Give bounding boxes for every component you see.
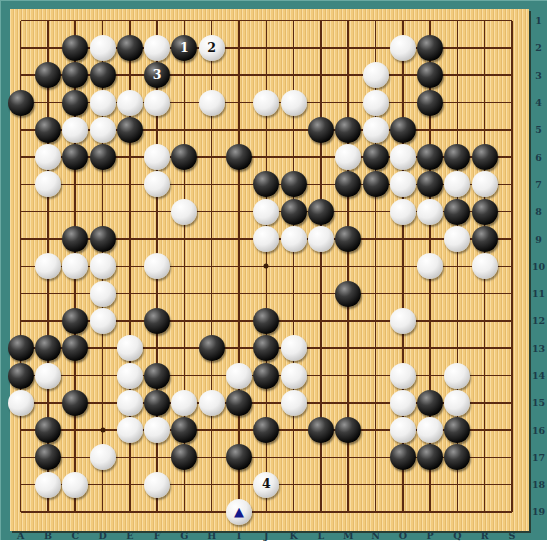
intersection-H6[interactable] — [198, 143, 225, 170]
intersection-G10[interactable] — [171, 253, 198, 280]
intersection-N14[interactable] — [362, 362, 389, 389]
intersection-B13[interactable] — [34, 335, 61, 362]
intersection-J17[interactable] — [253, 444, 280, 471]
intersection-O17[interactable] — [389, 444, 416, 471]
intersection-D2[interactable] — [89, 34, 116, 61]
intersection-I4[interactable] — [225, 89, 252, 116]
intersection-S7[interactable] — [498, 171, 525, 198]
intersection-L12[interactable] — [307, 307, 334, 334]
intersection-B18[interactable] — [34, 471, 61, 498]
intersection-S10[interactable] — [498, 253, 525, 280]
intersection-H9[interactable] — [198, 225, 225, 252]
intersection-J4[interactable] — [253, 89, 280, 116]
intersection-C4[interactable] — [62, 89, 89, 116]
intersection-K14[interactable] — [280, 362, 307, 389]
intersection-R19[interactable] — [471, 498, 498, 525]
intersection-E6[interactable] — [116, 143, 143, 170]
intersection-L11[interactable] — [307, 280, 334, 307]
intersection-J14[interactable] — [253, 362, 280, 389]
intersection-E7[interactable] — [116, 171, 143, 198]
intersection-C19[interactable] — [62, 498, 89, 525]
intersection-L2[interactable] — [307, 34, 334, 61]
intersection-Q4[interactable] — [444, 89, 471, 116]
intersection-L14[interactable] — [307, 362, 334, 389]
intersection-B6[interactable] — [34, 143, 61, 170]
intersection-M9[interactable] — [335, 225, 362, 252]
intersection-R7[interactable] — [471, 171, 498, 198]
intersection-A3[interactable] — [7, 62, 34, 89]
intersection-C14[interactable] — [62, 362, 89, 389]
intersection-Q7[interactable] — [444, 171, 471, 198]
intersection-L17[interactable] — [307, 444, 334, 471]
intersection-M1[interactable] — [335, 7, 362, 34]
intersection-K11[interactable] — [280, 280, 307, 307]
intersection-O19[interactable] — [389, 498, 416, 525]
intersection-J12[interactable] — [253, 307, 280, 334]
intersection-N9[interactable] — [362, 225, 389, 252]
intersection-P2[interactable] — [416, 34, 443, 61]
intersection-N10[interactable] — [362, 253, 389, 280]
intersection-M18[interactable] — [335, 471, 362, 498]
intersection-F11[interactable] — [143, 280, 170, 307]
intersection-D17[interactable] — [89, 444, 116, 471]
intersection-K5[interactable] — [280, 116, 307, 143]
intersection-B1[interactable] — [34, 7, 61, 34]
intersection-A13[interactable] — [7, 335, 34, 362]
intersection-E4[interactable] — [116, 89, 143, 116]
intersection-F17[interactable] — [143, 444, 170, 471]
intersection-P15[interactable] — [416, 389, 443, 416]
intersection-A18[interactable] — [7, 471, 34, 498]
intersection-G2[interactable]: 1 — [171, 34, 198, 61]
intersection-P19[interactable] — [416, 498, 443, 525]
intersection-M15[interactable] — [335, 389, 362, 416]
intersection-G7[interactable] — [171, 171, 198, 198]
intersection-C17[interactable] — [62, 444, 89, 471]
intersection-F18[interactable] — [143, 471, 170, 498]
intersection-I12[interactable] — [225, 307, 252, 334]
intersection-E10[interactable] — [116, 253, 143, 280]
intersection-C15[interactable] — [62, 389, 89, 416]
intersection-N5[interactable] — [362, 116, 389, 143]
intersection-J18[interactable]: 4 — [253, 471, 280, 498]
intersection-S9[interactable] — [498, 225, 525, 252]
intersection-E5[interactable] — [116, 116, 143, 143]
intersection-N16[interactable] — [362, 416, 389, 443]
intersection-B8[interactable] — [34, 198, 61, 225]
intersection-F5[interactable] — [143, 116, 170, 143]
intersection-N19[interactable] — [362, 498, 389, 525]
intersection-G5[interactable] — [171, 116, 198, 143]
intersection-J19[interactable] — [253, 498, 280, 525]
intersection-D18[interactable] — [89, 471, 116, 498]
intersection-K17[interactable] — [280, 444, 307, 471]
intersection-G9[interactable] — [171, 225, 198, 252]
intersection-E1[interactable] — [116, 7, 143, 34]
intersection-H4[interactable] — [198, 89, 225, 116]
intersection-S5[interactable] — [498, 116, 525, 143]
intersection-G13[interactable] — [171, 335, 198, 362]
intersection-F14[interactable] — [143, 362, 170, 389]
intersection-G8[interactable] — [171, 198, 198, 225]
intersection-A19[interactable] — [7, 498, 34, 525]
intersection-H1[interactable] — [198, 7, 225, 34]
intersection-S17[interactable] — [498, 444, 525, 471]
intersection-D11[interactable] — [89, 280, 116, 307]
intersection-G12[interactable] — [171, 307, 198, 334]
intersection-H3[interactable] — [198, 62, 225, 89]
intersection-E16[interactable] — [116, 416, 143, 443]
intersection-S15[interactable] — [498, 389, 525, 416]
intersection-I8[interactable] — [225, 198, 252, 225]
intersection-L7[interactable] — [307, 171, 334, 198]
intersection-O10[interactable] — [389, 253, 416, 280]
intersection-M8[interactable] — [335, 198, 362, 225]
intersection-C11[interactable] — [62, 280, 89, 307]
intersection-M19[interactable] — [335, 498, 362, 525]
intersection-D3[interactable] — [89, 62, 116, 89]
intersection-A5[interactable] — [7, 116, 34, 143]
intersection-I14[interactable] — [225, 362, 252, 389]
intersection-P14[interactable] — [416, 362, 443, 389]
intersection-E11[interactable] — [116, 280, 143, 307]
intersection-K8[interactable] — [280, 198, 307, 225]
intersection-N6[interactable] — [362, 143, 389, 170]
intersection-A9[interactable] — [7, 225, 34, 252]
intersection-N11[interactable] — [362, 280, 389, 307]
intersection-C8[interactable] — [62, 198, 89, 225]
intersection-K12[interactable] — [280, 307, 307, 334]
intersection-P1[interactable] — [416, 7, 443, 34]
intersection-A10[interactable] — [7, 253, 34, 280]
intersection-S4[interactable] — [498, 89, 525, 116]
intersection-D16[interactable] — [89, 416, 116, 443]
intersection-G17[interactable] — [171, 444, 198, 471]
intersection-N1[interactable] — [362, 7, 389, 34]
intersection-M14[interactable] — [335, 362, 362, 389]
intersection-D1[interactable] — [89, 7, 116, 34]
intersection-L6[interactable] — [307, 143, 334, 170]
intersection-B4[interactable] — [34, 89, 61, 116]
intersection-A17[interactable] — [7, 444, 34, 471]
intersection-L19[interactable] — [307, 498, 334, 525]
intersection-C3[interactable] — [62, 62, 89, 89]
intersection-Q14[interactable] — [444, 362, 471, 389]
intersection-Q8[interactable] — [444, 198, 471, 225]
intersection-O16[interactable] — [389, 416, 416, 443]
intersection-R4[interactable] — [471, 89, 498, 116]
intersection-K3[interactable] — [280, 62, 307, 89]
intersection-B19[interactable] — [34, 498, 61, 525]
intersection-O6[interactable] — [389, 143, 416, 170]
intersection-O4[interactable] — [389, 89, 416, 116]
intersection-N7[interactable] — [362, 171, 389, 198]
intersection-R2[interactable] — [471, 34, 498, 61]
intersection-F19[interactable] — [143, 498, 170, 525]
intersection-H18[interactable] — [198, 471, 225, 498]
intersection-L16[interactable] — [307, 416, 334, 443]
intersection-N17[interactable] — [362, 444, 389, 471]
intersection-H13[interactable] — [198, 335, 225, 362]
intersection-I10[interactable] — [225, 253, 252, 280]
intersection-L15[interactable] — [307, 389, 334, 416]
intersection-Q10[interactable] — [444, 253, 471, 280]
intersection-D10[interactable] — [89, 253, 116, 280]
intersection-N12[interactable] — [362, 307, 389, 334]
intersection-P16[interactable] — [416, 416, 443, 443]
intersection-O12[interactable] — [389, 307, 416, 334]
intersection-K13[interactable] — [280, 335, 307, 362]
intersection-O3[interactable] — [389, 62, 416, 89]
intersection-G19[interactable] — [171, 498, 198, 525]
intersection-S2[interactable] — [498, 34, 525, 61]
intersection-A16[interactable] — [7, 416, 34, 443]
intersection-P10[interactable] — [416, 253, 443, 280]
intersection-F6[interactable] — [143, 143, 170, 170]
intersection-Q15[interactable] — [444, 389, 471, 416]
intersection-G1[interactable] — [171, 7, 198, 34]
intersection-I6[interactable] — [225, 143, 252, 170]
intersection-S1[interactable] — [498, 7, 525, 34]
intersection-L1[interactable] — [307, 7, 334, 34]
intersection-M4[interactable] — [335, 89, 362, 116]
intersection-C16[interactable] — [62, 416, 89, 443]
intersection-B17[interactable] — [34, 444, 61, 471]
intersection-R3[interactable] — [471, 62, 498, 89]
intersection-H7[interactable] — [198, 171, 225, 198]
intersection-H8[interactable] — [198, 198, 225, 225]
intersection-E19[interactable] — [116, 498, 143, 525]
intersection-J15[interactable] — [253, 389, 280, 416]
intersection-E17[interactable] — [116, 444, 143, 471]
intersection-R5[interactable] — [471, 116, 498, 143]
intersection-K10[interactable] — [280, 253, 307, 280]
intersection-L18[interactable] — [307, 471, 334, 498]
intersection-I19[interactable]: ▲ — [225, 498, 252, 525]
intersection-I5[interactable] — [225, 116, 252, 143]
intersection-E3[interactable] — [116, 62, 143, 89]
intersection-S6[interactable] — [498, 143, 525, 170]
intersection-B14[interactable] — [34, 362, 61, 389]
intersection-S16[interactable] — [498, 416, 525, 443]
intersection-C2[interactable] — [62, 34, 89, 61]
intersection-E8[interactable] — [116, 198, 143, 225]
intersection-E12[interactable] — [116, 307, 143, 334]
intersection-K9[interactable] — [280, 225, 307, 252]
intersection-Q11[interactable] — [444, 280, 471, 307]
intersection-J8[interactable] — [253, 198, 280, 225]
intersection-B16[interactable] — [34, 416, 61, 443]
intersection-C18[interactable] — [62, 471, 89, 498]
intersection-D19[interactable] — [89, 498, 116, 525]
intersection-J10[interactable] — [253, 253, 280, 280]
intersection-Q5[interactable] — [444, 116, 471, 143]
intersection-I17[interactable] — [225, 444, 252, 471]
intersection-M3[interactable] — [335, 62, 362, 89]
intersection-C10[interactable] — [62, 253, 89, 280]
intersection-Q6[interactable] — [444, 143, 471, 170]
intersection-R18[interactable] — [471, 471, 498, 498]
intersection-F1[interactable] — [143, 7, 170, 34]
intersection-I15[interactable] — [225, 389, 252, 416]
intersection-A12[interactable] — [7, 307, 34, 334]
intersection-R15[interactable] — [471, 389, 498, 416]
intersection-S19[interactable] — [498, 498, 525, 525]
intersection-K19[interactable] — [280, 498, 307, 525]
intersection-R16[interactable] — [471, 416, 498, 443]
intersection-J3[interactable] — [253, 62, 280, 89]
intersection-F7[interactable] — [143, 171, 170, 198]
intersection-Q13[interactable] — [444, 335, 471, 362]
intersection-L4[interactable] — [307, 89, 334, 116]
intersection-A1[interactable] — [7, 7, 34, 34]
intersection-P17[interactable] — [416, 444, 443, 471]
intersection-Q18[interactable] — [444, 471, 471, 498]
intersection-R1[interactable] — [471, 7, 498, 34]
intersection-F4[interactable] — [143, 89, 170, 116]
intersection-P7[interactable] — [416, 171, 443, 198]
intersection-C7[interactable] — [62, 171, 89, 198]
intersection-I9[interactable] — [225, 225, 252, 252]
intersection-B11[interactable] — [34, 280, 61, 307]
intersection-P5[interactable] — [416, 116, 443, 143]
intersection-E2[interactable] — [116, 34, 143, 61]
intersection-F2[interactable] — [143, 34, 170, 61]
intersection-L10[interactable] — [307, 253, 334, 280]
intersection-P8[interactable] — [416, 198, 443, 225]
intersection-P18[interactable] — [416, 471, 443, 498]
intersection-D7[interactable] — [89, 171, 116, 198]
intersection-H12[interactable] — [198, 307, 225, 334]
intersection-L9[interactable] — [307, 225, 334, 252]
intersection-D6[interactable] — [89, 143, 116, 170]
intersection-S8[interactable] — [498, 198, 525, 225]
intersection-G15[interactable] — [171, 389, 198, 416]
intersection-D8[interactable] — [89, 198, 116, 225]
intersection-O1[interactable] — [389, 7, 416, 34]
intersection-C9[interactable] — [62, 225, 89, 252]
intersection-P13[interactable] — [416, 335, 443, 362]
intersection-N4[interactable] — [362, 89, 389, 116]
intersection-I1[interactable] — [225, 7, 252, 34]
intersection-D9[interactable] — [89, 225, 116, 252]
intersection-I3[interactable] — [225, 62, 252, 89]
intersection-G18[interactable] — [171, 471, 198, 498]
intersection-I13[interactable] — [225, 335, 252, 362]
intersection-B3[interactable] — [34, 62, 61, 89]
intersection-K18[interactable] — [280, 471, 307, 498]
intersection-J5[interactable] — [253, 116, 280, 143]
intersection-H15[interactable] — [198, 389, 225, 416]
intersection-H10[interactable] — [198, 253, 225, 280]
intersection-R9[interactable] — [471, 225, 498, 252]
intersection-H2[interactable]: 2 — [198, 34, 225, 61]
intersection-D13[interactable] — [89, 335, 116, 362]
intersection-A7[interactable] — [7, 171, 34, 198]
intersection-A11[interactable] — [7, 280, 34, 307]
intersection-Q3[interactable] — [444, 62, 471, 89]
intersection-F8[interactable] — [143, 198, 170, 225]
intersection-L3[interactable] — [307, 62, 334, 89]
intersection-P9[interactable] — [416, 225, 443, 252]
intersection-I18[interactable] — [225, 471, 252, 498]
intersection-M13[interactable] — [335, 335, 362, 362]
intersection-L5[interactable] — [307, 116, 334, 143]
intersection-H5[interactable] — [198, 116, 225, 143]
intersection-R11[interactable] — [471, 280, 498, 307]
intersection-O5[interactable] — [389, 116, 416, 143]
intersection-D14[interactable] — [89, 362, 116, 389]
intersection-Q12[interactable] — [444, 307, 471, 334]
intersection-D15[interactable] — [89, 389, 116, 416]
intersection-Q1[interactable] — [444, 7, 471, 34]
intersection-S14[interactable] — [498, 362, 525, 389]
intersection-L8[interactable] — [307, 198, 334, 225]
intersection-I11[interactable] — [225, 280, 252, 307]
intersection-M2[interactable] — [335, 34, 362, 61]
intersection-G14[interactable] — [171, 362, 198, 389]
intersection-J7[interactable] — [253, 171, 280, 198]
intersection-F10[interactable] — [143, 253, 170, 280]
intersection-E15[interactable] — [116, 389, 143, 416]
intersection-P3[interactable] — [416, 62, 443, 89]
intersection-Q16[interactable] — [444, 416, 471, 443]
intersection-J13[interactable] — [253, 335, 280, 362]
intersection-J9[interactable] — [253, 225, 280, 252]
intersection-A6[interactable] — [7, 143, 34, 170]
intersection-K15[interactable] — [280, 389, 307, 416]
intersection-I2[interactable] — [225, 34, 252, 61]
intersection-E13[interactable] — [116, 335, 143, 362]
intersection-Q17[interactable] — [444, 444, 471, 471]
intersection-R12[interactable] — [471, 307, 498, 334]
intersection-K2[interactable] — [280, 34, 307, 61]
intersection-F13[interactable] — [143, 335, 170, 362]
intersection-K1[interactable] — [280, 7, 307, 34]
intersection-N8[interactable] — [362, 198, 389, 225]
intersection-A15[interactable] — [7, 389, 34, 416]
intersection-R8[interactable] — [471, 198, 498, 225]
intersection-M5[interactable] — [335, 116, 362, 143]
intersection-F9[interactable] — [143, 225, 170, 252]
intersection-J11[interactable] — [253, 280, 280, 307]
intersection-B9[interactable] — [34, 225, 61, 252]
intersection-P4[interactable] — [416, 89, 443, 116]
intersection-D5[interactable] — [89, 116, 116, 143]
intersection-P11[interactable] — [416, 280, 443, 307]
intersection-N18[interactable] — [362, 471, 389, 498]
intersection-G4[interactable] — [171, 89, 198, 116]
intersection-R17[interactable] — [471, 444, 498, 471]
intersection-M6[interactable] — [335, 143, 362, 170]
intersection-J1[interactable] — [253, 7, 280, 34]
intersection-D4[interactable] — [89, 89, 116, 116]
intersection-S12[interactable] — [498, 307, 525, 334]
intersection-Q2[interactable] — [444, 34, 471, 61]
intersection-A4[interactable] — [7, 89, 34, 116]
intersection-B12[interactable] — [34, 307, 61, 334]
intersection-K16[interactable] — [280, 416, 307, 443]
intersection-K4[interactable] — [280, 89, 307, 116]
intersection-F16[interactable] — [143, 416, 170, 443]
intersection-F15[interactable] — [143, 389, 170, 416]
intersection-H17[interactable] — [198, 444, 225, 471]
intersection-N13[interactable] — [362, 335, 389, 362]
intersection-I7[interactable] — [225, 171, 252, 198]
intersection-O13[interactable] — [389, 335, 416, 362]
intersection-J2[interactable] — [253, 34, 280, 61]
intersection-E9[interactable] — [116, 225, 143, 252]
